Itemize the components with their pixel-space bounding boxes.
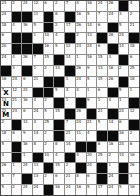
cell-code-number: 5 bbox=[98, 120, 100, 124]
grid-cell-r4c1[interactable]: 6 bbox=[1, 33, 11, 43]
cell-code-number: 2 bbox=[12, 1, 14, 5]
grid-cell-r9c8[interactable]: 4 bbox=[76, 88, 86, 98]
grid-cell-r15c8[interactable]: 4 bbox=[76, 153, 86, 163]
cell-code-number: 2 bbox=[44, 142, 46, 146]
grid-cell-r14c11[interactable]: 16 bbox=[108, 142, 118, 152]
grid-cell-r3c2[interactable]: 4 bbox=[12, 23, 22, 33]
grid-cell-r14c4[interactable]: 8 bbox=[33, 142, 43, 152]
cell-code-number: 9 bbox=[23, 131, 25, 135]
grid-cell-r10c3[interactable]: 16 bbox=[22, 98, 32, 108]
grid-cell-r11c10[interactable]: 21 bbox=[97, 109, 107, 119]
grid-cell-r4c5[interactable]: 10 bbox=[44, 33, 54, 43]
cell-code-number: 18 bbox=[2, 131, 7, 135]
grid-cell-r10c10[interactable]: 1 bbox=[97, 98, 107, 108]
black-cell-r2c5 bbox=[44, 12, 54, 22]
grid-cell-r2c12[interactable]: 3 bbox=[119, 12, 129, 22]
grid-cell-r18c1[interactable]: 5 bbox=[1, 185, 11, 195]
grid-cell-r3c10[interactable]: 6 bbox=[97, 23, 107, 33]
cell-code-number: 21 bbox=[87, 120, 92, 124]
grid-cell-r8c4[interactable]: 21 bbox=[33, 77, 43, 87]
grid-cell-r4c6[interactable]: 4 bbox=[54, 33, 64, 43]
grid-cell-r8c3[interactable]: 6 bbox=[22, 77, 32, 87]
cell-code-number: 4 bbox=[2, 153, 4, 157]
cell-code-number: 4 bbox=[76, 1, 78, 5]
grid-cell-r8c9[interactable]: 5 bbox=[87, 77, 97, 87]
grid-cell-r7c8[interactable]: 26 bbox=[76, 66, 86, 76]
cell-code-number: 4 bbox=[76, 88, 78, 92]
cell-code-number: 11 bbox=[34, 12, 39, 16]
cell-code-number: 7 bbox=[66, 1, 68, 5]
grid-cell-r12c7[interactable]: 7 bbox=[65, 120, 75, 130]
grid-cell-r7c6[interactable]: 13 bbox=[54, 66, 64, 76]
grid-cell-r2c8[interactable]: 16 bbox=[76, 12, 86, 22]
cell-code-number: 16 bbox=[55, 185, 60, 189]
grid-cell-r2c1[interactable]: 24 bbox=[1, 12, 11, 22]
black-cell-r6c6 bbox=[54, 55, 64, 65]
black-cell-r9c4 bbox=[33, 88, 43, 98]
black-cell-r17c10 bbox=[97, 174, 107, 184]
black-cell-r7c1 bbox=[1, 66, 11, 76]
grid-cell-r10c12[interactable]: 1 bbox=[119, 98, 129, 108]
grid-cell-r13c9[interactable]: 4 bbox=[87, 131, 97, 141]
grid-cell-r7c9[interactable]: 9 bbox=[87, 66, 97, 76]
grid-cell-r5c9[interactable]: 24 bbox=[87, 44, 97, 54]
grid-cell-r1c7[interactable]: 7 bbox=[65, 1, 75, 11]
black-cell-r11c9 bbox=[87, 109, 97, 119]
cell-code-number: 7 bbox=[66, 120, 68, 124]
grid-cell-r1c10[interactable]: 24 bbox=[97, 1, 107, 11]
grid-cell-r17c2[interactable]: 7 bbox=[12, 174, 22, 184]
grid-cell-r13c12[interactable]: 16 bbox=[119, 131, 129, 141]
grid-cell-r18c12[interactable]: 5 bbox=[119, 185, 129, 195]
cell-code-number: 24 bbox=[119, 109, 124, 113]
cell-code-number: 11 bbox=[76, 131, 81, 135]
cell-code-number: 8 bbox=[34, 142, 36, 146]
grid-cell-r8c11[interactable]: 26 bbox=[108, 77, 118, 87]
grid-cell-r17c11[interactable]: 24 bbox=[108, 174, 118, 184]
grid-cell-r16c4[interactable]: 13 bbox=[33, 163, 43, 173]
grid-cell-r3c4[interactable]: 5 bbox=[33, 23, 43, 33]
grid-cell-r9c2[interactable]: 12 bbox=[12, 88, 22, 98]
grid-cell-r5c1[interactable]: 20 bbox=[1, 44, 11, 54]
cell-code-number: 25 bbox=[130, 66, 135, 70]
grid-cell-r14c3[interactable]: 16 bbox=[22, 142, 32, 152]
grid-cell-r16c7[interactable]: 2 bbox=[65, 163, 75, 173]
grid-cell-r12c8[interactable]: 24 bbox=[76, 120, 86, 130]
grid-cell-r18c7[interactable]: 24 bbox=[65, 185, 75, 195]
grid-cell-r10c7[interactable]: 1 bbox=[65, 98, 75, 108]
cell-code-number: 6 bbox=[12, 131, 14, 135]
black-cell-r13c6 bbox=[54, 131, 64, 141]
grid-cell-r9c7[interactable]: 4 bbox=[65, 88, 75, 98]
cell-code-number: 1 bbox=[23, 153, 25, 157]
grid-cell-r2c10[interactable]: 7 bbox=[97, 12, 107, 22]
grid-cell-r8c1[interactable]: 16 bbox=[1, 77, 11, 87]
cell-code-number: 5 bbox=[87, 185, 89, 189]
cell-code-number: 24 bbox=[2, 55, 7, 59]
grid-cell-r13c5[interactable]: 2 bbox=[44, 131, 54, 141]
cell-code-number: 23 bbox=[76, 44, 81, 48]
cell-code-number: 14 bbox=[119, 153, 124, 157]
black-cell-r4c13 bbox=[129, 33, 139, 43]
cell-code-number: 2 bbox=[2, 120, 4, 124]
grid-cell-r15c13[interactable]: 16 bbox=[129, 153, 139, 163]
black-cell-r5c2 bbox=[12, 44, 22, 54]
grid-cell-r7c4[interactable]: 1 bbox=[33, 66, 43, 76]
grid-cell-r10c4[interactable]: 4 bbox=[33, 98, 43, 108]
cell-code-number: 13 bbox=[34, 163, 39, 167]
black-cell-r2c2 bbox=[12, 12, 22, 22]
grid-cell-r18c6[interactable]: 16 bbox=[54, 185, 64, 195]
grid-cell-r14c6[interactable]: 8 bbox=[54, 142, 64, 152]
grid-cell-r11c2[interactable]: 23 bbox=[12, 109, 22, 119]
grid-cell-r16c9[interactable]: 24 bbox=[87, 163, 97, 173]
grid-cell-r14c1[interactable]: 5 bbox=[1, 142, 11, 152]
grid-cell-r7c11[interactable]: 16 bbox=[108, 66, 118, 76]
cell-code-number: 20 bbox=[87, 153, 92, 157]
grid-cell-r8c7[interactable]: 1 bbox=[65, 77, 75, 87]
grid-cell-r8c8[interactable]: 24 bbox=[76, 77, 86, 87]
grid-cell-r12c9[interactable]: 21 bbox=[87, 120, 97, 130]
cell-code-number: 1 bbox=[66, 98, 68, 102]
cell-code-number: 4 bbox=[34, 98, 36, 102]
grid-cell-r17c8[interactable]: 8 bbox=[76, 174, 86, 184]
cell-code-number: 7 bbox=[12, 174, 14, 178]
grid-cell-r17c5[interactable]: 2 bbox=[44, 174, 54, 184]
black-cell-r8c6 bbox=[54, 77, 64, 87]
cell-code-number: 21 bbox=[66, 174, 71, 178]
grid-cell-r15c5[interactable]: 10 bbox=[44, 153, 54, 163]
grid-cell-r12c5[interactable]: 25 bbox=[44, 120, 54, 130]
cell-code-number: 4 bbox=[108, 98, 110, 102]
cell-code-number: 18 bbox=[130, 44, 135, 48]
cell-code-number: 9 bbox=[87, 66, 89, 70]
grid-cell-r2c6[interactable]: 8 bbox=[54, 12, 64, 22]
grid-cell-r9c13[interactable]: 1 bbox=[129, 88, 139, 98]
grid-cell-r9c10[interactable]: 6 bbox=[97, 88, 107, 98]
grid-cell-r1c9[interactable]: 16 bbox=[87, 1, 97, 11]
grid-cell-r17c9[interactable]: 6 bbox=[87, 174, 97, 184]
grid-cell-r15c12[interactable]: 14 bbox=[119, 153, 129, 163]
grid-cell-r10c2[interactable]: 21 bbox=[12, 98, 22, 108]
grid-cell-r13c8[interactable]: 11 bbox=[76, 131, 86, 141]
cell-code-number: 2 bbox=[44, 131, 46, 135]
grid-cell-r4c9[interactable]: 13 bbox=[87, 33, 97, 43]
grid-cell-r16c2[interactable]: 1 bbox=[12, 163, 22, 173]
black-cell-r13c11 bbox=[108, 131, 118, 141]
black-cell-r5c3 bbox=[22, 44, 32, 54]
grid-cell-r16c6[interactable]: 15 bbox=[54, 163, 64, 173]
grid-cell-r15c3[interactable]: 1 bbox=[22, 153, 32, 163]
cell-code-number: 20 bbox=[2, 44, 7, 48]
grid-cell-r14c12[interactable]: 24 bbox=[119, 142, 129, 152]
cell-code-number: 16 bbox=[76, 12, 81, 16]
grid-cell-r5c13[interactable]: 18 bbox=[129, 44, 139, 54]
grid-cell-r9c1[interactable]: 7X bbox=[1, 88, 11, 98]
cell-code-number: 24 bbox=[119, 142, 124, 146]
cell-code-number: 13 bbox=[98, 66, 103, 70]
grid-cell-r1c3[interactable]: 24 bbox=[22, 1, 32, 11]
cell-code-number: 1 bbox=[66, 77, 68, 81]
grid-cell-r17c7[interactable]: 21 bbox=[65, 174, 75, 184]
cell-code-number: 15 bbox=[98, 77, 103, 81]
cell-code-number: 1 bbox=[98, 98, 100, 102]
grid-cell-r11c8[interactable]: 26 bbox=[76, 109, 86, 119]
grid-cell-r9c6[interactable]: 5 bbox=[54, 88, 64, 98]
grid-cell-r9c9[interactable]: 1 bbox=[87, 88, 97, 98]
grid-cell-r6c11[interactable]: 3 bbox=[108, 55, 118, 65]
grid-cell-r16c13[interactable]: 26 bbox=[129, 163, 139, 173]
cell-code-number: 24 bbox=[34, 185, 39, 189]
cell-code-number: 12 bbox=[12, 88, 17, 92]
grid-cell-r3c8[interactable]: 26 bbox=[76, 23, 86, 33]
black-cell-r10c6 bbox=[54, 98, 64, 108]
grid-cell-r7c12[interactable]: 2 bbox=[119, 66, 129, 76]
cell-code-number: 14 bbox=[66, 142, 71, 146]
grid-cell-r12c4[interactable]: 4 bbox=[33, 120, 43, 130]
grid-cell-r13c4[interactable]: 14 bbox=[33, 131, 43, 141]
grid-cell-r18c2[interactable]: 2 bbox=[12, 185, 22, 195]
cell-code-number: 12 bbox=[34, 1, 39, 5]
cell-code-number: 13 bbox=[34, 174, 39, 178]
grid-cell-r18c9[interactable]: 5 bbox=[87, 185, 97, 195]
grid-cell-r1c8[interactable]: 4 bbox=[76, 1, 86, 11]
grid-cell-r11c1[interactable]: 22M bbox=[1, 109, 11, 119]
black-cell-r3c11 bbox=[108, 23, 118, 33]
grid-cell-r7c2[interactable]: 3 bbox=[12, 66, 22, 76]
cell-code-number: 5 bbox=[119, 88, 121, 92]
grid-cell-r7c10[interactable]: 13 bbox=[97, 66, 107, 76]
cell-code-number: 24 bbox=[87, 163, 92, 167]
grid-cell-r12c1[interactable]: 2 bbox=[1, 120, 11, 130]
cell-code-number: 16 bbox=[44, 44, 49, 48]
grid-cell-r14c13[interactable]: 6 bbox=[129, 142, 139, 152]
grid-cell-r5c8[interactable]: 23 bbox=[76, 44, 86, 54]
grid-cell-r6c1[interactable]: 24 bbox=[1, 55, 11, 65]
black-cell-r16c8 bbox=[76, 163, 86, 173]
grid-cell-r5c5[interactable]: 16 bbox=[44, 44, 54, 54]
grid-cell-r15c6[interactable]: 4 bbox=[54, 153, 64, 163]
cell-code-number: 6 bbox=[98, 23, 100, 27]
grid-cell-r12c12[interactable]: 6 bbox=[119, 120, 129, 130]
grid-cell-r18c4[interactable]: 24 bbox=[33, 185, 43, 195]
cell-code-number: 24 bbox=[23, 1, 28, 5]
grid-cell-r15c9[interactable]: 20 bbox=[87, 153, 97, 163]
grid-cell-r8c2[interactable]: 24 bbox=[12, 77, 22, 87]
grid-cell-r18c11[interactable]: 24 bbox=[108, 185, 118, 195]
cell-code-number: 6 bbox=[130, 55, 132, 59]
grid-cell-r13c13[interactable]: 2 bbox=[129, 131, 139, 141]
grid-cell-r1c13[interactable]: 4 bbox=[129, 1, 139, 11]
grid-cell-r17c6[interactable]: 6 bbox=[54, 174, 64, 184]
grid-cell-r11c5[interactable]: 5 bbox=[44, 109, 54, 119]
grid-cell-r6c9[interactable]: 16 bbox=[87, 55, 97, 65]
cell-code-number: 21 bbox=[66, 131, 71, 135]
grid-cell-r13c2[interactable]: 6 bbox=[12, 131, 22, 141]
grid-cell-r3c3[interactable]: 16 bbox=[22, 23, 32, 33]
grid-cell-r6c13[interactable]: 6 bbox=[129, 55, 139, 65]
cell-code-number: 3 bbox=[119, 12, 121, 16]
grid-cell-r6c5[interactable]: 15 bbox=[44, 55, 54, 65]
cell-code-number: 16 bbox=[130, 185, 135, 189]
black-cell-r16c5 bbox=[44, 163, 54, 173]
cell-code-number: 21 bbox=[130, 23, 135, 27]
grid-cell-r5c6[interactable]: 5 bbox=[54, 44, 64, 54]
black-cell-r11c7 bbox=[65, 109, 75, 119]
cell-code-number: 6 bbox=[23, 109, 25, 113]
grid-cell-r12c11[interactable]: 14 bbox=[108, 120, 118, 130]
grid-cell-r2c9[interactable]: 5 bbox=[87, 12, 97, 22]
grid-cell-r10c9[interactable]: 9 bbox=[87, 98, 97, 108]
cell-code-number: 18 bbox=[2, 23, 7, 27]
grid-cell-r6c7[interactable]: 14 bbox=[65, 55, 75, 65]
grid-cell-r11c6[interactable]: 15 bbox=[54, 109, 64, 119]
grid-cell-r17c13[interactable]: 3 bbox=[129, 174, 139, 184]
cell-code-number: 8 bbox=[55, 12, 57, 16]
grid-cell-r11c3[interactable]: 6 bbox=[22, 109, 32, 119]
grid-cell-r1c1[interactable]: 23 bbox=[1, 1, 11, 11]
cell-code-number: 15 bbox=[55, 109, 60, 113]
grid-cell-r4c4[interactable]: 1 bbox=[33, 33, 43, 43]
grid-cell-r6c8[interactable]: 1 bbox=[76, 55, 86, 65]
black-cell-r7c7 bbox=[65, 66, 75, 76]
grid-cell-r2c4[interactable]: 11 bbox=[33, 12, 43, 22]
cell-code-number: 2 bbox=[66, 163, 68, 167]
cell-code-number: 7 bbox=[34, 55, 36, 59]
cell-code-number: 6 bbox=[98, 142, 100, 146]
grid-cell-r3c7[interactable]: 17 bbox=[65, 23, 75, 33]
cell-code-number: 4 bbox=[12, 55, 14, 59]
grid-cell-r4c12[interactable]: 24 bbox=[119, 33, 129, 43]
cell-code-number: 1 bbox=[34, 33, 36, 37]
grid-cell-r7c5[interactable]: 2 bbox=[44, 66, 54, 76]
cell-code-number: 16 bbox=[2, 77, 7, 81]
cell-code-number: 6 bbox=[55, 174, 57, 178]
grid-cell-r14c5[interactable]: 2 bbox=[44, 142, 54, 152]
grid-cell-r17c4[interactable]: 13 bbox=[33, 174, 43, 184]
grid-cell-r8c13[interactable]: 18 bbox=[129, 77, 139, 87]
cell-code-number: 26 bbox=[108, 33, 113, 37]
grid-cell-r5c7[interactable]: 12 bbox=[65, 44, 75, 54]
grid-cell-r12c10[interactable]: 5 bbox=[97, 120, 107, 130]
grid-cell-r18c10[interactable]: 17 bbox=[97, 185, 107, 195]
grid-cell-r1c5[interactable]: 6 bbox=[44, 1, 54, 11]
cell-code-number: 1 bbox=[87, 88, 89, 92]
starter-letter: N bbox=[1, 101, 11, 108]
grid-cell-r10c11[interactable]: 4 bbox=[108, 98, 118, 108]
starter-letter: X bbox=[1, 90, 11, 97]
grid-cell-r9c3[interactable]: 23 bbox=[22, 88, 32, 98]
cell-code-number: 1 bbox=[119, 98, 121, 102]
grid-cell-r6c4[interactable]: 7 bbox=[33, 55, 43, 65]
cell-code-number: 6 bbox=[119, 120, 121, 124]
grid-cell-r3c9[interactable]: 14 bbox=[87, 23, 97, 33]
grid-cell-r11c13[interactable]: 12 bbox=[129, 109, 139, 119]
cell-code-number: 24 bbox=[76, 120, 81, 124]
cell-code-number: 2 bbox=[44, 66, 46, 70]
grid-cell-r11c12[interactable]: 24 bbox=[119, 109, 129, 119]
grid-cell-r12c3[interactable]: 13 bbox=[22, 120, 32, 130]
cell-code-number: 2 bbox=[130, 12, 132, 16]
grid-cell-r3c13[interactable]: 21 bbox=[129, 23, 139, 33]
grid-cell-r15c11[interactable]: 2 bbox=[108, 153, 118, 163]
grid-cell-r18c13[interactable]: 16 bbox=[129, 185, 139, 195]
cell-code-number: 24 bbox=[23, 185, 28, 189]
grid-cell-r13c3[interactable]: 9 bbox=[22, 131, 32, 141]
black-cell-r4c7 bbox=[65, 33, 75, 43]
grid-cell-r4c8[interactable]: 2 bbox=[76, 33, 86, 43]
black-cell-r5c11 bbox=[108, 44, 118, 54]
cell-code-number: 24 bbox=[23, 163, 28, 167]
grid-cell-r6c10[interactable]: 15 bbox=[97, 55, 107, 65]
grid-cell-r15c1[interactable]: 4 bbox=[1, 153, 11, 163]
grid-cell-r2c13[interactable]: 2 bbox=[129, 12, 139, 22]
grid-cell-r16c1[interactable]: 26 bbox=[1, 163, 11, 173]
grid-cell-r8c10[interactable]: 15 bbox=[97, 77, 107, 87]
cell-code-number: 18 bbox=[130, 77, 135, 81]
grid-cell-r15c10[interactable]: 25 bbox=[97, 153, 107, 163]
grid-cell-r3c1[interactable]: 18 bbox=[1, 23, 11, 33]
grid-cell-r16c3[interactable]: 24 bbox=[22, 163, 32, 173]
grid-cell-r16c11[interactable]: 1 bbox=[108, 163, 118, 173]
grid-cell-r7c13[interactable]: 25 bbox=[129, 66, 139, 76]
cell-code-number: 2 bbox=[55, 1, 57, 5]
grid-cell-r18c3[interactable]: 24 bbox=[22, 185, 32, 195]
cell-code-number: 26 bbox=[76, 66, 81, 70]
grid-cell-r13c1[interactable]: 18 bbox=[1, 131, 11, 141]
grid-cell-r14c7[interactable]: 14 bbox=[65, 142, 75, 152]
grid-cell-r1c11[interactable]: 26 bbox=[108, 1, 118, 11]
black-cell-r7c3 bbox=[22, 66, 32, 76]
grid-cell-r6c2[interactable]: 4 bbox=[12, 55, 22, 65]
grid-cell-r3c6[interactable]: 2 bbox=[54, 23, 64, 33]
grid-cell-r4c11[interactable]: 26 bbox=[108, 33, 118, 43]
grid-cell-r3c12[interactable]: 5 bbox=[119, 23, 129, 33]
cell-code-number: 2 bbox=[130, 131, 132, 135]
cell-code-number: 24 bbox=[87, 44, 92, 48]
grid-cell-r11c4[interactable]: 24 bbox=[33, 109, 43, 119]
black-cell-r13c10 bbox=[97, 131, 107, 141]
grid-cell-r1c4[interactable]: 12 bbox=[33, 1, 43, 11]
cell-code-number: 4 bbox=[66, 88, 68, 92]
cell-code-number: 25 bbox=[98, 153, 103, 157]
black-cell-r2c3 bbox=[22, 12, 32, 22]
black-cell-r6c12 bbox=[119, 55, 129, 65]
grid-cell-r1c6[interactable]: 2 bbox=[54, 1, 64, 11]
grid-cell-r10c1[interactable]: 13N bbox=[1, 98, 11, 108]
grid-cell-r9c12[interactable]: 5 bbox=[119, 88, 129, 98]
grid-cell-r2c11[interactable]: 24 bbox=[108, 12, 118, 22]
cell-code-number: 6 bbox=[2, 33, 4, 37]
grid-cell-r18c8[interactable]: 16 bbox=[76, 185, 86, 195]
cell-code-number: 6 bbox=[23, 77, 25, 81]
grid-cell-r17c1[interactable]: 5 bbox=[1, 174, 11, 184]
grid-cell-r14c10[interactable]: 6 bbox=[97, 142, 107, 152]
cell-code-number: 4 bbox=[55, 33, 57, 37]
black-cell-r9c5 bbox=[44, 88, 54, 98]
black-cell-r16c10 bbox=[97, 163, 107, 173]
grid-cell-r5c12[interactable]: 14 bbox=[119, 44, 129, 54]
grid-cell-r13c7[interactable]: 21 bbox=[65, 131, 75, 141]
grid-cell-r5c10[interactable]: 6 bbox=[97, 44, 107, 54]
black-cell-r18c5 bbox=[44, 185, 54, 195]
grid-cell-r6c3[interactable]: 26 bbox=[22, 55, 32, 65]
cell-code-number: 24 bbox=[2, 12, 7, 16]
cell-code-number: 26 bbox=[2, 163, 7, 167]
cell-code-number: 14 bbox=[108, 120, 113, 124]
grid-cell-r1c2[interactable]: 2 bbox=[12, 1, 22, 11]
grid-cell-r10c5[interactable]: 2 bbox=[44, 98, 54, 108]
